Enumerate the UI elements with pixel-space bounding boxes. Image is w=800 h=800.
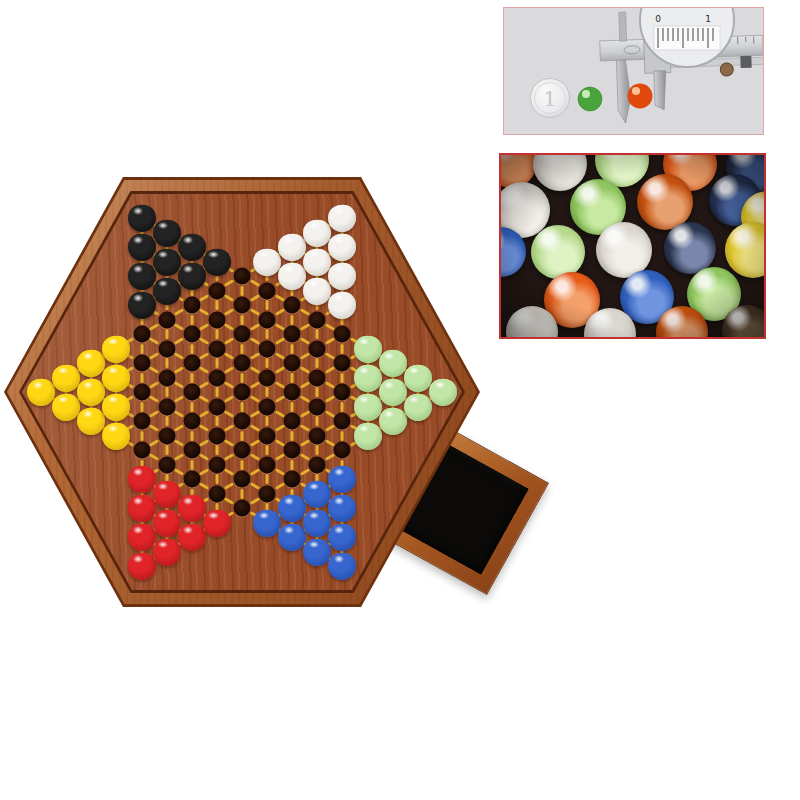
lattice-line [300,366,310,374]
lattice-line [300,410,310,418]
board-hole [309,340,326,357]
board-hole [234,442,251,459]
lattice-line [215,329,218,339]
lattice-line [149,410,159,418]
board-hole [183,471,200,488]
board-hole [234,355,251,372]
lattice-line [149,453,159,461]
marble-white: ● [278,262,306,290]
lattice-line [275,352,285,360]
marble-red: ● [128,523,156,551]
lattice-line [249,308,259,316]
lattice-line [249,352,259,360]
marble-white: ● [253,248,281,276]
board-hole [309,427,326,444]
board-hole [334,326,351,343]
board-hole [208,282,225,299]
lattice-line [165,387,168,397]
lattice-line [275,337,285,345]
lattice-line [249,468,259,476]
lattice-line [291,460,294,470]
marble-red: ● [153,509,181,537]
lattice-line [190,344,193,354]
board-hole [234,268,251,285]
marble-blue: ● [328,552,356,580]
lattice-line [325,381,335,389]
marble-blue: ● [328,494,356,522]
board-hole [309,456,326,473]
marble-white: ● [278,233,306,261]
marble-black: ● [178,233,206,261]
marble-yellow: ● [77,407,105,435]
lattice-line [341,373,344,383]
marble-green: ● [354,422,382,450]
lattice-line [300,439,310,447]
lattice-line [224,497,234,505]
marble-black: ● [128,291,156,319]
lattice-line [291,344,294,354]
marble-yellow: ● [52,393,80,421]
lattice-line [149,352,159,360]
lattice-line [224,366,234,374]
marble-green: ● [429,378,457,406]
chinese-checkers-board: ●●●●●●●●●●●●●●●●●●●●●●●●●●●●●●●●●●●●●●●●… [0,0,800,800]
lattice-line [224,337,234,345]
lattice-line [224,352,234,360]
lattice-line [249,294,259,302]
marble-white: ● [303,248,331,276]
lattice-line [174,468,184,476]
lattice-line [215,387,218,397]
lattice-line [149,424,159,432]
lattice-line [275,308,285,316]
lattice-line [224,453,234,461]
lattice-line [190,431,193,441]
lattice-line [325,424,335,432]
lattice-line [275,482,285,490]
board-hole [284,326,301,343]
lattice-line [249,323,259,331]
marble-white: ● [328,262,356,290]
lattice-line [224,424,234,432]
marble-black: ● [128,233,156,261]
board-hole [259,485,276,502]
lattice-line [190,402,193,412]
board-hole [334,384,351,401]
lattice-line [174,381,184,389]
marble-red: ● [178,494,206,522]
board-hole [234,384,251,401]
lattice-line [149,395,159,403]
lattice-line [249,381,259,389]
lattice-line [199,410,209,418]
lattice-line [199,323,209,331]
lattice-line [190,460,193,470]
lattice-line [174,439,184,447]
lattice-line [199,352,209,360]
lattice-line [224,410,234,418]
board-hole [133,413,150,430]
lattice-line [300,352,310,360]
lattice-line [300,395,310,403]
lattice-line [300,424,310,432]
lattice-line [199,366,209,374]
board-hole [183,326,200,343]
board-hole [158,369,175,386]
lattice-line [325,439,335,447]
lattice-line [266,329,269,339]
lattice-line [249,453,259,461]
board-hole [234,326,251,343]
board-hole [183,297,200,314]
lattice-line [275,468,285,476]
marble-black: ● [128,262,156,290]
lattice-line [174,410,184,418]
lattice-line [199,424,209,432]
marble-blue: ● [253,509,281,537]
lattice-line [249,482,259,490]
lattice-line [165,416,168,426]
board-hole [208,398,225,415]
lattice-line [199,453,209,461]
lattice-line [275,294,285,302]
board-hole [208,427,225,444]
lattice-line [316,329,319,339]
lattice-line [199,482,209,490]
lattice-line [224,439,234,447]
lattice-line [275,323,285,331]
marble-green: ● [379,407,407,435]
lattice-line [199,468,209,476]
board-hole [158,340,175,357]
marble-blue: ● [278,523,306,551]
board-hole [284,297,301,314]
board-hole [158,398,175,415]
board-hole [208,311,225,328]
board-hole [133,384,150,401]
lattice-line [215,445,218,455]
marble-black: ● [153,248,181,276]
lattice-line [325,352,335,360]
lattice-line [224,468,234,476]
lattice-line [291,373,294,383]
lattice-line [249,337,259,345]
board-hole [284,471,301,488]
board-hole [208,456,225,473]
marble-black: ● [153,277,181,305]
lattice-line [215,416,218,426]
lattice-line [224,308,234,316]
lattice-line [224,323,234,331]
screenshot-root: ●●●●●●●●●●●●●●●●●●●●●●●●●●●●●●●●●●●●●●●●… [0,0,800,800]
lattice-line [341,344,344,354]
lattice-line [275,381,285,389]
lattice-line [249,439,259,447]
board-hole [234,471,251,488]
lattice-line [174,308,184,316]
lattice-line [199,439,209,447]
lattice-line [249,497,259,505]
lattice-line [174,337,184,345]
lattice-line [199,381,209,389]
lattice-line [325,453,335,461]
lattice-line [174,395,184,403]
board-hole [259,398,276,415]
board-hole [158,427,175,444]
lattice-line [224,482,234,490]
lattice-line [249,366,259,374]
lattice-line [174,323,184,331]
lattice-line [291,402,294,412]
lattice-line [165,445,168,455]
lattice-line [249,279,259,287]
marble-yellow: ● [102,364,130,392]
lattice-line [224,294,234,302]
lattice-line [241,431,244,441]
lattice-line [174,366,184,374]
lattice-line [241,460,244,470]
board-hole [183,384,200,401]
lattice-line [316,445,319,455]
marble-yellow: ● [77,378,105,406]
marble-black: ● [128,204,156,232]
board-hole [234,297,251,314]
lattice-line [266,445,269,455]
lattice-line [149,439,159,447]
marble-green: ● [354,393,382,421]
marble-yellow: ● [27,378,55,406]
lattice-line [300,308,310,316]
lattice-line [190,373,193,383]
marble-red: ● [128,465,156,493]
lattice-line [241,402,244,412]
board-hole [234,500,251,517]
marble-green: ● [354,335,382,363]
lattice-line [341,431,344,441]
marble-black: ● [178,262,206,290]
marble-blue: ● [278,494,306,522]
lattice-line [199,337,209,345]
lattice-line [140,431,143,441]
lattice-line [266,387,269,397]
board-hole [284,384,301,401]
lattice-line [241,286,244,296]
lattice-line [199,395,209,403]
lattice-line [165,358,168,368]
board-hole [158,311,175,328]
lattice-line [300,453,310,461]
lattice-line [149,323,159,331]
marble-green: ● [379,378,407,406]
lattice-line [241,373,244,383]
marble-white: ● [328,233,356,261]
marble-white: ● [303,277,331,305]
board-hole [208,369,225,386]
board-hole [133,442,150,459]
lattice-line [215,474,218,484]
lattice-line [149,381,159,389]
marble-red: ● [203,509,231,537]
lattice-line [325,323,335,331]
lattice-line [140,402,143,412]
marble-yellow: ● [102,393,130,421]
board-hole [133,326,150,343]
lattice-line [316,416,319,426]
lattice-line [140,373,143,383]
board-hole [334,413,351,430]
lattice-line [325,337,335,345]
lattice-line [149,337,159,345]
board-hole [234,413,251,430]
marble-black: ● [153,219,181,247]
lattice-line [140,344,143,354]
board-hole [259,456,276,473]
lattice-line [341,402,344,412]
lattice-line [291,431,294,441]
board-hole [259,427,276,444]
lattice-line [241,489,244,499]
board-hole [309,369,326,386]
lattice-line [266,358,269,368]
marble-black: ● [203,248,231,276]
lattice-line [275,453,285,461]
lattice-line [174,453,184,461]
lattice-line [300,381,310,389]
lattice-line [266,416,269,426]
board-hole [133,355,150,372]
lattice-line [249,424,259,432]
marble-white: ● [328,291,356,319]
marble-yellow: ● [52,364,80,392]
board-hole [208,485,225,502]
lattice-line [300,468,310,476]
lattice-line [199,294,209,302]
lattice-line [300,337,310,345]
marble-red: ● [178,523,206,551]
board-hole [309,398,326,415]
lattice-line [241,315,244,325]
marble-yellow: ● [77,349,105,377]
lattice-line [300,323,310,331]
marble-blue: ● [303,480,331,508]
lattice-line [316,358,319,368]
lattice-line [215,358,218,368]
lattice-line [165,329,168,339]
marble-red: ● [128,552,156,580]
lattice-line [316,387,319,397]
board-hole [309,311,326,328]
board-hole [158,456,175,473]
lattice-line [325,395,335,403]
board-hole [284,355,301,372]
lattice-line [224,279,234,287]
marble-red: ● [153,480,181,508]
board-hole [259,311,276,328]
board-hole [259,340,276,357]
marble-yellow: ● [102,335,130,363]
marble-blue: ● [328,523,356,551]
lattice-line [325,410,335,418]
marble-white: ● [303,219,331,247]
board-hole [183,413,200,430]
marble-blue: ● [328,465,356,493]
lattice-line [149,366,159,374]
lattice-line [174,424,184,432]
lattice-line [224,395,234,403]
lattice-line [224,381,234,389]
marble-blue: ● [303,509,331,537]
lattice-line [249,410,259,418]
lattice-line [266,474,269,484]
lattice-line [275,439,285,447]
marble-red: ● [128,494,156,522]
board-hole [284,413,301,430]
board-hole [334,355,351,372]
board-hole [334,442,351,459]
marble-white: ● [328,204,356,232]
lattice-line [275,424,285,432]
lattice-line [275,395,285,403]
board-hole [208,340,225,357]
lattice-line [174,352,184,360]
board-hole [183,355,200,372]
marble-green: ● [404,364,432,392]
marble-green: ● [379,349,407,377]
lattice-line [275,366,285,374]
marble-red: ● [153,538,181,566]
board-hole [259,282,276,299]
marble-yellow: ● [102,422,130,450]
lattice-line [199,308,209,316]
board-hole [183,442,200,459]
marble-green: ● [354,364,382,392]
lattice-line [215,300,218,310]
marble-green: ● [404,393,432,421]
lattice-line [190,315,193,325]
lattice-line [275,410,285,418]
board-hole [259,369,276,386]
lattice-line [241,344,244,354]
marble-blue: ● [303,538,331,566]
lattice-line [249,395,259,403]
board-hole [284,442,301,459]
lattice-line [325,366,335,374]
lattice-line [266,300,269,310]
lattice-line [291,315,294,325]
